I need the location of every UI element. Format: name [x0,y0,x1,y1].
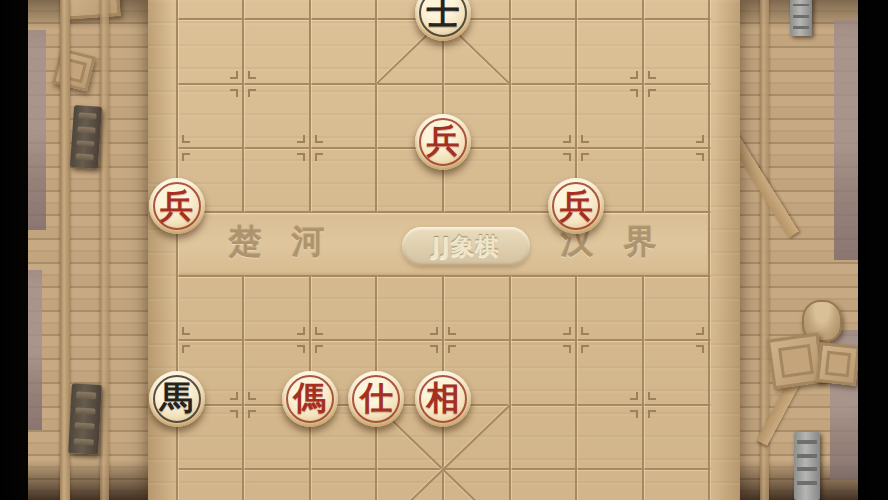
file-line-b-bottom [242,276,244,500]
tilted-crate [52,48,96,92]
piece-glyph: 馬 [160,381,193,414]
piece-glyph: 兵 [427,124,460,157]
point-mark-a4 [182,345,184,353]
point-mark-g7 [581,135,583,143]
file-line-g-bottom [575,276,577,500]
point-mark-h3 [636,392,638,400]
file-line-h-bottom [642,276,644,500]
point-mark-c7 [315,135,317,143]
point-mark-b8 [236,89,238,97]
piece-red-soldier-g6[interactable]: 兵 [548,178,604,234]
file-line-i [708,0,710,500]
grey-ladder [794,432,820,500]
point-mark-c7 [315,153,317,161]
piece-glyph: 兵 [560,189,593,222]
point-mark-e4 [448,345,450,353]
point-mark-g7 [569,135,571,143]
point-mark-a4 [182,327,184,335]
point-mark-c4 [303,345,305,353]
pillarbox-right [858,0,888,500]
point-mark-h8 [636,71,638,79]
point-mark-c7 [303,153,305,161]
point-mark-c7 [303,135,305,143]
piece-face: 士 [419,0,467,37]
point-mark-g4 [581,327,583,335]
river-band: 楚河 汉界 JJ象棋 [177,212,710,276]
point-mark-c4 [315,345,317,353]
stone-ground [28,30,46,230]
point-mark-g4 [581,345,583,353]
piece-black-horse-a3[interactable]: 馬 [149,371,205,427]
point-mark-g4 [569,345,571,353]
xiangqi-board[interactable]: 楚河 汉界 JJ象棋 士兵兵兵馬傌仕相 [148,0,740,500]
river-label-chu: 楚河 [229,220,355,265]
mooring-bench [68,383,102,454]
file-line-d-top [375,0,377,212]
piece-face: 傌 [286,375,334,423]
file-line-f-bottom [509,276,511,500]
piece-glyph: 士 [427,0,460,29]
point-mark-b3 [236,392,238,400]
background-dock-left [28,0,148,500]
point-mark-c4 [303,327,305,335]
piece-glyph: 相 [427,381,460,414]
point-mark-b3 [236,410,238,418]
point-mark-b3 [248,410,250,418]
crate [816,342,858,386]
point-mark-h8 [648,89,650,97]
point-mark-g7 [569,153,571,161]
pillarbox-left [0,0,28,500]
point-mark-i7 [702,135,704,143]
piece-glyph: 傌 [293,381,326,414]
piece-red-advisor-d3[interactable]: 仕 [348,371,404,427]
brand-badge-text: JJ象棋 [432,231,499,262]
piece-face: 兵 [419,118,467,166]
wood-post [60,0,70,500]
point-mark-b8 [236,71,238,79]
piece-red-horse-c3[interactable]: 傌 [282,371,338,427]
point-mark-h8 [648,71,650,79]
metal-ladder [790,0,812,36]
point-mark-h3 [636,410,638,418]
piece-face: 兵 [552,182,600,230]
background-dock-right [738,0,858,500]
point-mark-e4 [448,327,450,335]
point-mark-h8 [636,89,638,97]
point-mark-b8 [248,89,250,97]
file-line-h-top [642,0,644,212]
point-mark-e4 [436,345,438,353]
file-line-c-top [309,0,311,212]
crate [61,0,121,20]
piece-face: 馬 [153,375,201,423]
piece-face: 兵 [153,182,201,230]
piece-face: 仕 [352,375,400,423]
point-mark-e4 [436,327,438,335]
point-mark-h3 [648,410,650,418]
stone-ground [28,270,42,430]
point-mark-h3 [648,392,650,400]
point-mark-g4 [569,327,571,335]
stone-ground [834,20,858,260]
mooring-bench [70,105,102,169]
piece-glyph: 兵 [160,189,193,222]
point-mark-i4 [702,327,704,335]
point-mark-b3 [248,392,250,400]
piece-red-elephant-e3[interactable]: 相 [415,371,471,427]
piece-red-soldier-a6[interactable]: 兵 [149,178,205,234]
file-line-f-top [509,0,511,212]
point-mark-g7 [581,153,583,161]
point-mark-a7 [182,153,184,161]
wood-post [100,0,109,500]
point-mark-c4 [315,327,317,335]
point-mark-i4 [702,345,704,353]
piece-glyph: 仕 [360,381,393,414]
file-line-b-top [242,0,244,212]
jj-xiangqi-logo-badge: JJ象棋 [402,227,530,266]
point-mark-b8 [248,71,250,79]
game-screen: 楚河 汉界 JJ象棋 士兵兵兵馬傌仕相 [0,0,888,500]
piece-face: 相 [419,375,467,423]
piece-red-soldier-e7[interactable]: 兵 [415,114,471,170]
point-mark-i7 [702,153,704,161]
point-mark-a7 [182,135,184,143]
